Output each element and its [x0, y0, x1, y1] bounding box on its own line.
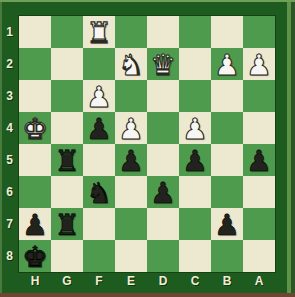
square-b8[interactable] [211, 240, 243, 272]
square-f1[interactable]: ♜ [83, 16, 115, 48]
piece-black-knight-f6[interactable]: ♞ [83, 177, 115, 209]
square-g3[interactable] [51, 80, 83, 112]
square-b3[interactable] [211, 80, 243, 112]
rank-label-6: 6 [0, 176, 19, 208]
piece-black-pawn-a5[interactable]: ♟ [243, 145, 275, 177]
frame-bevel-right-edge [291, 2, 295, 294]
piece-white-pawn-b2[interactable]: ♟ [211, 49, 243, 81]
square-h3[interactable] [19, 80, 51, 112]
square-c2[interactable] [179, 48, 211, 80]
piece-white-queen-d2[interactable]: ♛ [147, 49, 179, 81]
square-a5[interactable]: ♟ [243, 144, 275, 176]
square-f8[interactable] [83, 240, 115, 272]
square-c3[interactable] [179, 80, 211, 112]
square-h6[interactable] [19, 176, 51, 208]
square-f2[interactable] [83, 48, 115, 80]
square-f5[interactable] [83, 144, 115, 176]
square-b5[interactable] [211, 144, 243, 176]
square-d8[interactable] [147, 240, 179, 272]
rank-label-7: 7 [0, 208, 19, 240]
square-a6[interactable] [243, 176, 275, 208]
square-g1[interactable] [51, 16, 83, 48]
square-g5[interactable]: ♜ [51, 144, 83, 176]
file-labels: HGFEDCBA [19, 274, 275, 292]
piece-white-pawn-e4[interactable]: ♟ [115, 113, 147, 145]
piece-black-rook-g5[interactable]: ♜ [51, 145, 83, 177]
square-a8[interactable] [243, 240, 275, 272]
square-e5[interactable]: ♟ [115, 144, 147, 176]
file-label-a: A [243, 274, 275, 292]
rank-label-2: 2 [0, 48, 19, 80]
square-b6[interactable] [211, 176, 243, 208]
square-e3[interactable] [115, 80, 147, 112]
rank-label-4: 4 [0, 112, 19, 144]
chess-board[interactable]: ♜♞♛♟♟♟♚♟♟♟♜♟♟♟♞♟♟♜♟♚ [19, 16, 275, 272]
square-f3[interactable]: ♟ [83, 80, 115, 112]
square-a1[interactable] [243, 16, 275, 48]
square-a4[interactable] [243, 112, 275, 144]
square-b2[interactable]: ♟ [211, 48, 243, 80]
rank-label-5: 5 [0, 144, 19, 176]
piece-white-pawn-f3[interactable]: ♟ [83, 81, 115, 113]
square-a3[interactable] [243, 80, 275, 112]
square-c7[interactable] [179, 208, 211, 240]
square-e4[interactable]: ♟ [115, 112, 147, 144]
square-e7[interactable] [115, 208, 147, 240]
file-label-c: C [179, 274, 211, 292]
square-h4[interactable]: ♚ [19, 112, 51, 144]
piece-black-king-h8[interactable]: ♚ [19, 241, 51, 273]
piece-white-pawn-a2[interactable]: ♟ [243, 49, 275, 81]
square-c6[interactable] [179, 176, 211, 208]
square-d1[interactable] [147, 16, 179, 48]
rank-label-1: 1 [0, 16, 19, 48]
piece-black-pawn-b7[interactable]: ♟ [211, 209, 243, 241]
square-d5[interactable] [147, 144, 179, 176]
frame-bevel-bottom [0, 293, 295, 297]
piece-white-knight-e2[interactable]: ♞ [115, 49, 147, 81]
file-label-d: D [147, 274, 179, 292]
square-e2[interactable]: ♞ [115, 48, 147, 80]
file-label-h: H [19, 274, 51, 292]
square-g7[interactable]: ♜ [51, 208, 83, 240]
square-h5[interactable] [19, 144, 51, 176]
file-label-e: E [115, 274, 147, 292]
square-b7[interactable]: ♟ [211, 208, 243, 240]
chess-diagram: 12345678 ♜♞♛♟♟♟♚♟♟♟♜♟♟♟♞♟♟♜♟♚ HGFEDCBA [0, 0, 295, 297]
square-c8[interactable] [179, 240, 211, 272]
square-c5[interactable]: ♟ [179, 144, 211, 176]
square-h1[interactable] [19, 16, 51, 48]
square-e1[interactable] [115, 16, 147, 48]
file-label-f: F [83, 274, 115, 292]
rank-label-3: 3 [0, 80, 19, 112]
square-a2[interactable]: ♟ [243, 48, 275, 80]
square-a7[interactable] [243, 208, 275, 240]
piece-black-pawn-h7[interactable]: ♟ [19, 209, 51, 241]
square-f7[interactable] [83, 208, 115, 240]
square-d7[interactable] [147, 208, 179, 240]
piece-white-pawn-c4[interactable]: ♟ [179, 113, 211, 145]
piece-black-pawn-d6[interactable]: ♟ [147, 177, 179, 209]
piece-black-pawn-f4[interactable]: ♟ [83, 113, 115, 145]
square-f6[interactable]: ♞ [83, 176, 115, 208]
square-b1[interactable] [211, 16, 243, 48]
piece-white-king-h4[interactable]: ♚ [19, 113, 51, 145]
square-g8[interactable] [51, 240, 83, 272]
square-c4[interactable]: ♟ [179, 112, 211, 144]
piece-white-rook-f1[interactable]: ♜ [83, 17, 115, 49]
square-d4[interactable] [147, 112, 179, 144]
square-h8[interactable]: ♚ [19, 240, 51, 272]
square-f4[interactable]: ♟ [83, 112, 115, 144]
square-g4[interactable] [51, 112, 83, 144]
square-b4[interactable] [211, 112, 243, 144]
piece-black-pawn-e5[interactable]: ♟ [115, 145, 147, 177]
square-c1[interactable] [179, 16, 211, 48]
rank-label-8: 8 [0, 240, 19, 272]
square-e8[interactable] [115, 240, 147, 272]
frame-bevel-top [0, 0, 295, 2]
square-h7[interactable]: ♟ [19, 208, 51, 240]
file-label-b: B [211, 274, 243, 292]
square-h2[interactable] [19, 48, 51, 80]
square-e6[interactable] [115, 176, 147, 208]
square-g2[interactable] [51, 48, 83, 80]
rank-labels: 12345678 [0, 16, 19, 272]
square-d2[interactable]: ♛ [147, 48, 179, 80]
square-g6[interactable] [51, 176, 83, 208]
file-label-g: G [51, 274, 83, 292]
piece-black-pawn-c5[interactable]: ♟ [179, 145, 211, 177]
square-d6[interactable]: ♟ [147, 176, 179, 208]
square-d3[interactable] [147, 80, 179, 112]
piece-black-rook-g7[interactable]: ♜ [51, 209, 83, 241]
